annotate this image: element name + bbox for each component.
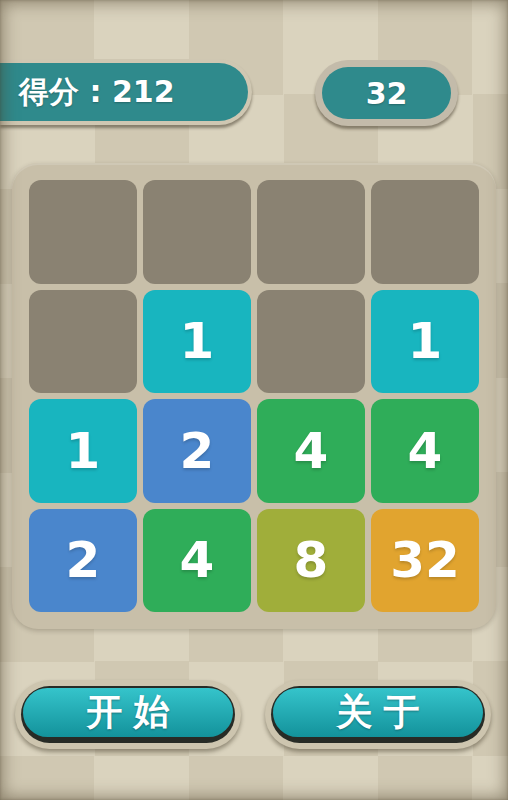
- board-cell: [29, 180, 137, 284]
- best-tile-pill: 32: [315, 60, 458, 126]
- board-cell: [257, 290, 365, 394]
- about-button-outline: 关于: [271, 686, 485, 743]
- board-cell: [257, 180, 365, 284]
- board-cell: [371, 180, 479, 284]
- best-tile-value: 32: [366, 76, 408, 111]
- game-board[interactable]: 1 1 1 2 4 4 2 4 8 32: [12, 163, 496, 629]
- score-panel: 得分 : 212: [0, 59, 252, 125]
- board-cell: 1: [143, 290, 251, 394]
- score-panel-face: 得分 : 212: [0, 63, 248, 121]
- board-cell: 1: [371, 290, 479, 394]
- board-cell: [143, 180, 251, 284]
- about-button-label: 关于: [326, 688, 430, 737]
- start-button-outline: 开始: [21, 686, 235, 743]
- board-cell: 8: [257, 509, 365, 613]
- board-cell: 4: [257, 399, 365, 503]
- start-button-label: 开始: [76, 688, 180, 737]
- score-text: 得分 : 212: [19, 72, 175, 113]
- board-cell: 2: [143, 399, 251, 503]
- board-cell: [29, 290, 137, 394]
- board-cell: 4: [143, 509, 251, 613]
- start-button-face: 开始: [23, 688, 233, 737]
- board-cell: 2: [29, 509, 137, 613]
- about-button-face: 关于: [273, 688, 483, 737]
- start-button[interactable]: 开始: [15, 680, 241, 749]
- board-cell: 4: [371, 399, 479, 503]
- board-cell: 32: [371, 509, 479, 613]
- best-tile-face: 32: [322, 67, 451, 119]
- board-cell: 1: [29, 399, 137, 503]
- about-button[interactable]: 关于: [265, 680, 491, 749]
- app-screen: 得分 : 212 32 1 1 1 2 4 4 2 4 8 32 开始: [0, 0, 508, 800]
